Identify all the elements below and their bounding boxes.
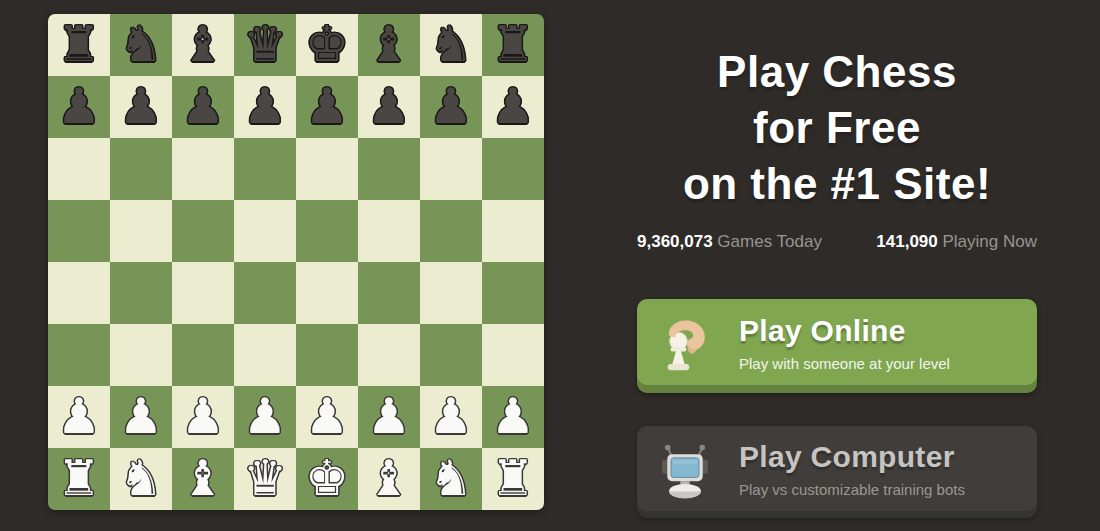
white-knight: ♞ xyxy=(119,448,163,510)
square-a2[interactable]: ♟ xyxy=(48,386,110,448)
square-e4[interactable] xyxy=(296,262,358,324)
black-pawn: ♟ xyxy=(57,76,101,138)
white-pawn: ♟ xyxy=(57,386,101,448)
square-b8[interactable]: ♞ xyxy=(110,14,172,76)
black-rook: ♜ xyxy=(57,14,101,76)
square-b4[interactable] xyxy=(110,262,172,324)
black-pawn: ♟ xyxy=(305,76,349,138)
square-b2[interactable]: ♟ xyxy=(110,386,172,448)
square-f3[interactable] xyxy=(358,324,420,386)
square-b5[interactable] xyxy=(110,200,172,262)
square-d2[interactable]: ♟ xyxy=(234,386,296,448)
black-pawn: ♟ xyxy=(491,76,535,138)
square-h8[interactable]: ♜ xyxy=(482,14,544,76)
square-c6[interactable] xyxy=(172,138,234,200)
square-a7[interactable]: ♟ xyxy=(48,76,110,138)
square-e8[interactable]: ♚ xyxy=(296,14,358,76)
black-knight: ♞ xyxy=(119,14,163,76)
play-online-label: Play Online xyxy=(739,314,950,348)
square-h5[interactable] xyxy=(482,200,544,262)
play-online-subtitle: Play with someone at your level xyxy=(739,355,950,372)
square-a4[interactable] xyxy=(48,262,110,324)
square-f7[interactable]: ♟ xyxy=(358,76,420,138)
square-h3[interactable] xyxy=(482,324,544,386)
square-d4[interactable] xyxy=(234,262,296,324)
square-f4[interactable] xyxy=(358,262,420,324)
black-knight: ♞ xyxy=(429,14,473,76)
black-pawn: ♟ xyxy=(119,76,163,138)
square-e2[interactable]: ♟ xyxy=(296,386,358,448)
games-today-label: Games Today xyxy=(713,232,822,251)
white-queen: ♛ xyxy=(243,448,287,510)
black-pawn: ♟ xyxy=(181,76,225,138)
black-pawn: ♟ xyxy=(243,76,287,138)
square-c3[interactable] xyxy=(172,324,234,386)
square-g5[interactable] xyxy=(420,200,482,262)
white-bishop: ♝ xyxy=(181,448,225,510)
square-e6[interactable] xyxy=(296,138,358,200)
square-e1[interactable]: ♚ xyxy=(296,448,358,510)
square-d6[interactable] xyxy=(234,138,296,200)
black-pawn: ♟ xyxy=(367,76,411,138)
square-f2[interactable]: ♟ xyxy=(358,386,420,448)
square-a8[interactable]: ♜ xyxy=(48,14,110,76)
square-a6[interactable] xyxy=(48,138,110,200)
square-d7[interactable]: ♟ xyxy=(234,76,296,138)
page-title: Play Chess for Free on the #1 Site! xyxy=(637,44,1037,212)
square-b7[interactable]: ♟ xyxy=(110,76,172,138)
black-queen: ♛ xyxy=(243,14,287,76)
playing-now-value: 141,090 xyxy=(876,232,937,251)
title-line-2: for Free xyxy=(637,100,1037,156)
square-g4[interactable] xyxy=(420,262,482,324)
white-rook: ♜ xyxy=(57,448,101,510)
play-computer-label: Play Computer xyxy=(739,440,965,474)
black-bishop: ♝ xyxy=(181,14,225,76)
square-c7[interactable]: ♟ xyxy=(172,76,234,138)
square-g1[interactable]: ♞ xyxy=(420,448,482,510)
title-line-3: on the #1 Site! xyxy=(637,156,1037,212)
square-h4[interactable] xyxy=(482,262,544,324)
play-computer-button[interactable]: Play Computer Play vs customizable train… xyxy=(637,426,1037,518)
white-pawn: ♟ xyxy=(243,386,287,448)
white-pawn: ♟ xyxy=(491,386,535,448)
square-d8[interactable]: ♛ xyxy=(234,14,296,76)
square-h2[interactable]: ♟ xyxy=(482,386,544,448)
square-d5[interactable] xyxy=(234,200,296,262)
square-e7[interactable]: ♟ xyxy=(296,76,358,138)
white-king: ♚ xyxy=(305,448,349,510)
playing-now-label: Playing Now xyxy=(938,232,1037,251)
hero-panel: Play Chess for Free on the #1 Site! 9,36… xyxy=(637,0,1037,212)
square-a5[interactable] xyxy=(48,200,110,262)
square-h1[interactable]: ♜ xyxy=(482,448,544,510)
square-g2[interactable]: ♟ xyxy=(420,386,482,448)
games-today-stat: 9,360,073 Games Today xyxy=(637,232,822,252)
square-g3[interactable] xyxy=(420,324,482,386)
square-c4[interactable] xyxy=(172,262,234,324)
white-knight: ♞ xyxy=(429,448,473,510)
title-line-1: Play Chess xyxy=(637,44,1037,100)
square-b3[interactable] xyxy=(110,324,172,386)
chess-board[interactable]: ♜♞♝♛♚♝♞♜♟♟♟♟♟♟♟♟♟♟♟♟♟♟♟♟♜♞♝♛♚♝♞♜ xyxy=(48,14,544,510)
black-pawn: ♟ xyxy=(429,76,473,138)
square-a1[interactable]: ♜ xyxy=(48,448,110,510)
robot-icon xyxy=(657,441,713,499)
games-today-value: 9,360,073 xyxy=(637,232,713,251)
white-bishop: ♝ xyxy=(367,448,411,510)
square-d1[interactable]: ♛ xyxy=(234,448,296,510)
square-d3[interactable] xyxy=(234,324,296,386)
white-pawn: ♟ xyxy=(429,386,473,448)
square-b6[interactable] xyxy=(110,138,172,200)
square-c2[interactable]: ♟ xyxy=(172,386,234,448)
square-b1[interactable]: ♞ xyxy=(110,448,172,510)
white-pawn: ♟ xyxy=(119,386,163,448)
square-f6[interactable] xyxy=(358,138,420,200)
square-e5[interactable] xyxy=(296,200,358,262)
square-c5[interactable] xyxy=(172,200,234,262)
square-h6[interactable] xyxy=(482,138,544,200)
play-computer-subtitle: Play vs customizable training bots xyxy=(739,481,965,498)
square-f1[interactable]: ♝ xyxy=(358,448,420,510)
square-f8[interactable]: ♝ xyxy=(358,14,420,76)
white-pawn: ♟ xyxy=(367,386,411,448)
square-g8[interactable]: ♞ xyxy=(420,14,482,76)
square-c8[interactable]: ♝ xyxy=(172,14,234,76)
square-g6[interactable] xyxy=(420,138,482,200)
square-c1[interactable]: ♝ xyxy=(172,448,234,510)
square-e3[interactable] xyxy=(296,324,358,386)
playing-now-stat: 141,090 Playing Now xyxy=(876,232,1037,252)
black-rook: ♜ xyxy=(491,14,535,76)
square-g7[interactable]: ♟ xyxy=(420,76,482,138)
white-pawn: ♟ xyxy=(181,386,225,448)
white-rook: ♜ xyxy=(491,448,535,510)
site-stats: 9,360,073 Games Today 141,090 Playing No… xyxy=(637,232,1037,252)
white-pawn: ♟ xyxy=(305,386,349,448)
black-king: ♚ xyxy=(305,14,349,76)
square-a3[interactable] xyxy=(48,324,110,386)
square-h7[interactable]: ♟ xyxy=(482,76,544,138)
black-bishop: ♝ xyxy=(367,14,411,76)
square-f5[interactable] xyxy=(358,200,420,262)
play-online-button[interactable]: Play Online Play with someone at your le… xyxy=(637,299,1037,393)
hand-pawn-icon xyxy=(657,315,713,373)
